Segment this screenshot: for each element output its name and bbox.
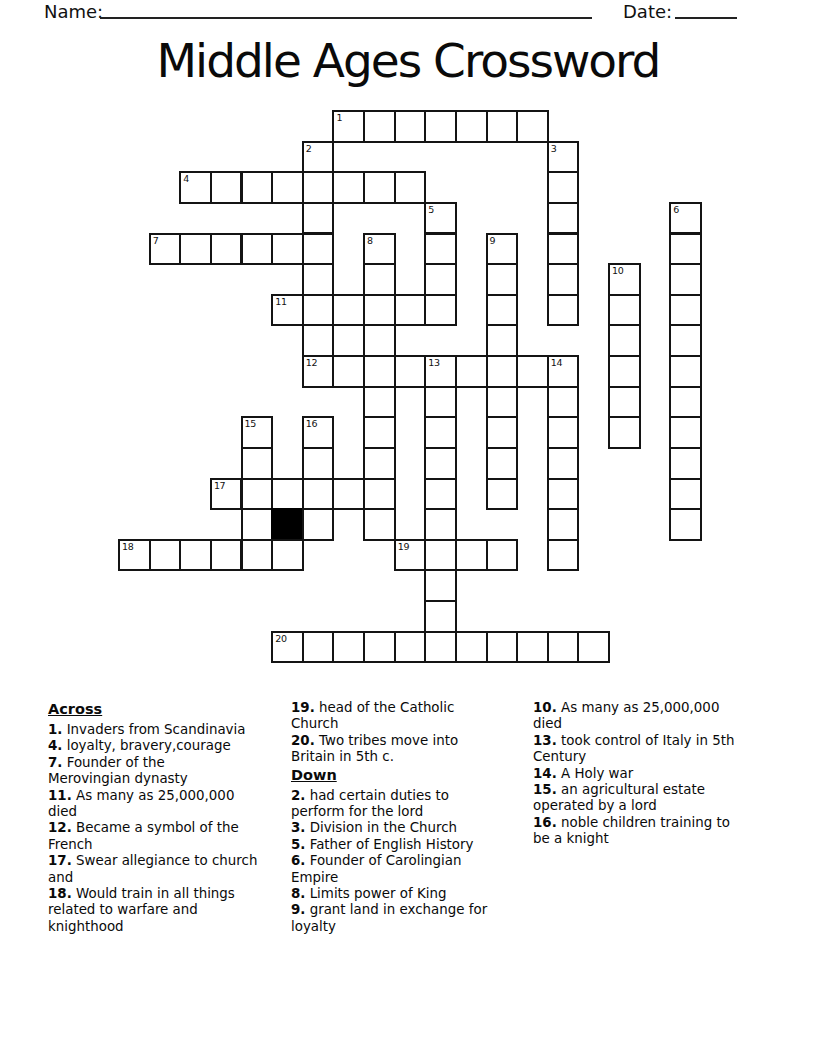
grid-cell[interactable] <box>363 508 396 541</box>
grid-cell[interactable] <box>608 355 641 388</box>
grid-cell[interactable]: 5 <box>424 202 457 235</box>
clue-13: 13. took control of Italy in 5th Century <box>533 733 785 766</box>
grid-cell[interactable] <box>424 631 457 664</box>
grid-cell[interactable] <box>669 324 702 357</box>
grid-cell[interactable] <box>363 294 396 327</box>
grid-cell[interactable] <box>455 110 488 143</box>
clue-number-label: 10. <box>533 700 557 715</box>
clue-number: 1 <box>336 112 342 123</box>
grid-cell[interactable] <box>424 263 457 296</box>
clue-number-label: 13. <box>533 733 557 748</box>
grid-cell[interactable]: 4 <box>179 171 212 204</box>
clue-number: 4 <box>183 173 189 184</box>
grid-cell[interactable] <box>669 508 702 541</box>
grid-cell[interactable]: 3 <box>547 141 580 174</box>
grid-cell[interactable] <box>424 447 457 480</box>
grid-cell[interactable] <box>271 478 304 511</box>
grid-cell[interactable] <box>302 202 335 235</box>
grid-cell[interactable] <box>608 324 641 357</box>
grid-cell[interactable] <box>332 631 365 664</box>
clue-number-label: 17. <box>48 853 72 868</box>
grid-cell[interactable] <box>669 386 702 419</box>
grid-cell[interactable] <box>394 171 427 204</box>
grid-cell[interactable] <box>394 110 427 143</box>
grid-cell[interactable] <box>363 263 396 296</box>
clue-number-label: 1. <box>48 722 62 737</box>
grid-cell[interactable] <box>363 110 396 143</box>
clue-number: 14 <box>551 357 563 368</box>
clue-number: 18 <box>122 541 134 552</box>
clue-number-label: 8. <box>291 886 305 901</box>
clue-17: 17. Swear allegiance to church and <box>48 853 286 886</box>
clue-2: 2. had certain duties to perform for the… <box>291 788 529 821</box>
clue-11: 11. As many as 25,000,000 died <box>48 788 286 821</box>
grid-cell[interactable] <box>363 447 396 480</box>
grid-cell[interactable] <box>608 416 641 449</box>
grid-cell[interactable] <box>302 324 335 357</box>
grid-cell[interactable] <box>179 539 212 572</box>
grid-cell[interactable]: 17 <box>210 478 243 511</box>
grid-cell[interactable] <box>302 233 335 266</box>
grid-cell[interactable] <box>486 631 519 664</box>
clue-number-label: 18. <box>48 886 72 901</box>
grid-cell[interactable] <box>363 478 396 511</box>
grid-cell[interactable] <box>547 447 580 480</box>
grid-cell[interactable] <box>241 447 274 480</box>
grid-cell[interactable] <box>363 355 396 388</box>
grid-cell[interactable]: 1 <box>332 110 365 143</box>
clue-7: 7. Founder of the Merovingian dynasty <box>48 755 286 788</box>
clue-1: 1. Invaders from Scandinavia <box>48 722 286 738</box>
clue-4: 4. loyalty, bravery,courage <box>48 738 286 754</box>
grid-cell[interactable] <box>486 263 519 296</box>
clue-number-label: 4. <box>48 738 62 753</box>
grid-cell[interactable] <box>547 294 580 327</box>
clue-number: 8 <box>367 235 373 246</box>
grid-cell[interactable] <box>669 294 702 327</box>
grid-cell[interactable] <box>516 110 549 143</box>
grid-cell[interactable] <box>547 202 580 235</box>
clue-number: 2 <box>306 143 312 154</box>
clue-20: 20. Two tribes move into Britain in 5th … <box>291 733 529 766</box>
clue-number-label: 20. <box>291 733 315 748</box>
clue-number: 7 <box>153 235 159 246</box>
grid-cell[interactable] <box>210 539 243 572</box>
grid-cell[interactable]: 10 <box>608 263 641 296</box>
grid-cell[interactable]: 2 <box>302 141 335 174</box>
grid-cell[interactable] <box>302 631 335 664</box>
grid-cell[interactable]: 7 <box>149 233 182 266</box>
grid-cell[interactable] <box>302 171 335 204</box>
grid-cell[interactable] <box>241 508 274 541</box>
clue-number: 6 <box>673 204 679 215</box>
grid-cell[interactable] <box>455 539 488 572</box>
grid-cell[interactable] <box>302 294 335 327</box>
grid-cell[interactable]: 14 <box>547 355 580 388</box>
clue-number: 16 <box>306 418 318 429</box>
grid-cell[interactable] <box>241 171 274 204</box>
clue-8: 8. Limits power of King <box>291 886 529 902</box>
clue-number-label: 14. <box>533 766 557 781</box>
grid-cell[interactable]: 12 <box>302 355 335 388</box>
grid-cell[interactable]: 9 <box>486 233 519 266</box>
grid-cell[interactable] <box>547 233 580 266</box>
grid-cell[interactable] <box>547 631 580 664</box>
grid-cell[interactable] <box>332 355 365 388</box>
grid-cell[interactable] <box>424 478 457 511</box>
clue-number: 11 <box>275 296 287 307</box>
grid-cell[interactable] <box>271 233 304 266</box>
clue-number-label: 3. <box>291 820 305 835</box>
clue-number-label: 16. <box>533 815 557 830</box>
grid-cell[interactable] <box>424 508 457 541</box>
grid-cell[interactable] <box>669 447 702 480</box>
clue-column-1: Across1. Invaders from Scandinavia4. loy… <box>48 700 286 935</box>
clue-18: 18. Would train in all things related to… <box>48 886 286 935</box>
grid-cell[interactable] <box>363 171 396 204</box>
date-blank-line <box>675 17 737 19</box>
clue-number: 5 <box>428 204 434 215</box>
clue-number: 3 <box>551 143 557 154</box>
grid-cell[interactable]: 19 <box>394 539 427 572</box>
grid-cell[interactable]: 16 <box>302 416 335 449</box>
page-title: Middle Ages Crossword <box>0 34 816 88</box>
grid-cell[interactable]: 15 <box>241 416 274 449</box>
clue-number-label: 11. <box>48 788 72 803</box>
clue-number: 9 <box>490 235 496 246</box>
clue-number-label: 6. <box>291 853 305 868</box>
black-cell <box>271 508 304 541</box>
grid-cell[interactable] <box>486 294 519 327</box>
grid-cell[interactable] <box>486 324 519 357</box>
clue-column-3: 10. As many as 25,000,000 died13. took c… <box>533 700 785 848</box>
grid-cell[interactable] <box>302 478 335 511</box>
grid-cell[interactable] <box>608 386 641 419</box>
grid-cell[interactable] <box>241 478 274 511</box>
grid-cell[interactable] <box>302 447 335 480</box>
crossword-grid: 1234567891011121314151617181920 <box>118 110 704 666</box>
clue-number: 10 <box>612 265 624 276</box>
grid-cell[interactable] <box>547 416 580 449</box>
clue-14: 14. A Holy war <box>533 766 785 782</box>
grid-cell[interactable] <box>302 508 335 541</box>
grid-cell[interactable] <box>424 294 457 327</box>
grid-cell[interactable] <box>424 600 457 633</box>
grid-cell[interactable] <box>486 539 519 572</box>
date-label: Date: <box>623 1 672 22</box>
clue-number: 19 <box>398 541 410 552</box>
grid-cell[interactable] <box>486 355 519 388</box>
grid-cell[interactable] <box>363 416 396 449</box>
grid-cell[interactable] <box>332 294 365 327</box>
grid-cell[interactable]: 8 <box>363 233 396 266</box>
grid-cell[interactable] <box>271 171 304 204</box>
clue-number: 15 <box>245 418 257 429</box>
clue-19: 19. head of the Catholic Church <box>291 700 529 733</box>
grid-cell[interactable] <box>455 631 488 664</box>
clue-5: 5. Father of English History <box>291 837 529 853</box>
grid-cell[interactable] <box>608 294 641 327</box>
clue-number: 13 <box>428 357 440 368</box>
grid-cell[interactable] <box>424 386 457 419</box>
clue-number-label: 12. <box>48 820 72 835</box>
clue-header-across: Across <box>48 701 286 718</box>
grid-cell[interactable] <box>547 508 580 541</box>
grid-cell[interactable] <box>516 631 549 664</box>
grid-cell[interactable] <box>669 478 702 511</box>
grid-cell[interactable] <box>424 569 457 602</box>
grid-cell[interactable] <box>669 233 702 266</box>
grid-cell[interactable] <box>486 110 519 143</box>
grid-cell[interactable]: 20 <box>271 631 304 664</box>
grid-cell[interactable] <box>424 233 457 266</box>
grid-cell[interactable] <box>210 171 243 204</box>
clue-number-label: 5. <box>291 837 305 852</box>
grid-cell[interactable]: 18 <box>118 539 151 572</box>
grid-cell[interactable] <box>210 233 243 266</box>
clue-16: 16. noble children training to be a knig… <box>533 815 785 848</box>
name-blank-line <box>100 17 592 19</box>
grid-cell[interactable] <box>669 263 702 296</box>
grid-cell[interactable] <box>179 233 212 266</box>
grid-cell[interactable] <box>241 233 274 266</box>
clue-number-label: 7. <box>48 755 62 770</box>
grid-cell[interactable] <box>486 386 519 419</box>
grid-cell[interactable] <box>394 294 427 327</box>
grid-cell[interactable] <box>332 478 365 511</box>
grid-cell[interactable] <box>241 539 274 572</box>
clue-3: 3. Division in the Church <box>291 820 529 836</box>
grid-cell[interactable] <box>669 355 702 388</box>
clue-number: 12 <box>306 357 318 368</box>
clue-number-label: 19. <box>291 700 315 715</box>
worksheet-page: Name: Date: Middle Ages Crossword 123456… <box>0 0 816 1056</box>
grid-cell[interactable] <box>363 631 396 664</box>
clue-6: 6. Founder of Carolingian Empire <box>291 853 529 886</box>
grid-cell[interactable] <box>547 386 580 419</box>
clue-number: 20 <box>275 633 287 644</box>
clue-number-label: 2. <box>291 788 305 803</box>
grid-cell[interactable] <box>394 631 427 664</box>
grid-cell[interactable]: 11 <box>271 294 304 327</box>
grid-cell[interactable] <box>363 386 396 419</box>
grid-cell[interactable] <box>302 263 335 296</box>
grid-cell[interactable] <box>424 539 457 572</box>
grid-cell[interactable] <box>149 539 182 572</box>
grid-cell[interactable] <box>547 171 580 204</box>
grid-cell[interactable] <box>516 355 549 388</box>
grid-cell[interactable] <box>271 539 304 572</box>
name-label: Name: <box>44 1 103 22</box>
grid-cell[interactable] <box>577 631 610 664</box>
grid-cell[interactable] <box>486 447 519 480</box>
clue-15: 15. an agricultural estate operated by a… <box>533 782 785 815</box>
clue-number-label: 15. <box>533 782 557 797</box>
clue-9: 9. grant land in exchange for loyalty <box>291 902 529 935</box>
grid-cell[interactable]: 13 <box>424 355 457 388</box>
grid-cell[interactable] <box>332 171 365 204</box>
clue-10: 10. As many as 25,000,000 died <box>533 700 785 733</box>
clue-column-2: 19. head of the Catholic Church20. Two t… <box>291 700 529 935</box>
grid-cell[interactable] <box>547 263 580 296</box>
grid-cell[interactable] <box>486 416 519 449</box>
grid-cell[interactable] <box>547 539 580 572</box>
clue-number-label: 9. <box>291 902 305 917</box>
grid-cell[interactable]: 6 <box>669 202 702 235</box>
grid-cell[interactable] <box>547 478 580 511</box>
clue-header-down: Down <box>291 767 529 784</box>
clue-12: 12. Became a symbol of the French <box>48 820 286 853</box>
grid-cell[interactable] <box>669 416 702 449</box>
grid-cell[interactable] <box>486 478 519 511</box>
grid-cell[interactable] <box>394 355 427 388</box>
grid-cell[interactable] <box>424 110 457 143</box>
grid-cell[interactable] <box>424 416 457 449</box>
grid-cell[interactable] <box>455 355 488 388</box>
grid-cell[interactable] <box>363 324 396 357</box>
clue-number: 17 <box>214 480 226 491</box>
